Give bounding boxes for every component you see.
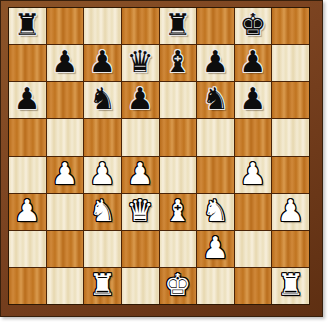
- square-e6[interactable]: [160, 82, 197, 118]
- square-c5[interactable]: [84, 119, 121, 155]
- square-e3[interactable]: ♝: [160, 194, 197, 230]
- piece-black-pawn[interactable]: ♟: [127, 84, 154, 116]
- square-e2[interactable]: [160, 231, 197, 267]
- piece-black-pawn[interactable]: ♟: [51, 47, 78, 79]
- piece-white-bishop[interactable]: ♝: [164, 196, 191, 228]
- square-d3[interactable]: ♛: [122, 194, 159, 230]
- piece-white-pawn[interactable]: ♟: [277, 196, 304, 228]
- square-f5[interactable]: [197, 119, 234, 155]
- square-a3[interactable]: ♟: [9, 194, 46, 230]
- piece-white-pawn[interactable]: ♟: [14, 196, 41, 228]
- square-c6[interactable]: ♞: [84, 82, 121, 118]
- square-a1[interactable]: [9, 268, 46, 304]
- piece-black-pawn[interactable]: ♟: [240, 47, 267, 79]
- square-b5[interactable]: [47, 119, 84, 155]
- square-f2[interactable]: ♟: [197, 231, 234, 267]
- square-d8[interactable]: [122, 8, 159, 44]
- square-b1[interactable]: [47, 268, 84, 304]
- square-a7[interactable]: [9, 45, 46, 81]
- square-d1[interactable]: [122, 268, 159, 304]
- piece-black-rook[interactable]: ♜: [164, 10, 191, 42]
- square-a6[interactable]: ♟: [9, 82, 46, 118]
- square-g1[interactable]: [235, 268, 272, 304]
- square-h1[interactable]: ♜: [272, 268, 309, 304]
- square-h3[interactable]: ♟: [272, 194, 309, 230]
- square-b8[interactable]: [47, 8, 84, 44]
- square-f7[interactable]: ♟: [197, 45, 234, 81]
- square-g5[interactable]: [235, 119, 272, 155]
- square-c7[interactable]: ♟: [84, 45, 121, 81]
- square-b2[interactable]: [47, 231, 84, 267]
- square-d5[interactable]: [122, 119, 159, 155]
- square-f6[interactable]: ♞: [197, 82, 234, 118]
- square-h6[interactable]: [272, 82, 309, 118]
- square-d2[interactable]: [122, 231, 159, 267]
- square-g6[interactable]: ♟: [235, 82, 272, 118]
- piece-white-knight[interactable]: ♞: [89, 196, 116, 228]
- piece-white-pawn[interactable]: ♟: [240, 159, 267, 191]
- piece-white-king[interactable]: ♚: [164, 270, 191, 302]
- square-b7[interactable]: ♟: [47, 45, 84, 81]
- square-h7[interactable]: [272, 45, 309, 81]
- square-b6[interactable]: [47, 82, 84, 118]
- square-e5[interactable]: [160, 119, 197, 155]
- square-b4[interactable]: ♟: [47, 157, 84, 193]
- piece-white-rook[interactable]: ♜: [89, 270, 116, 302]
- piece-white-pawn[interactable]: ♟: [202, 233, 229, 265]
- piece-white-pawn[interactable]: ♟: [89, 159, 116, 191]
- square-c8[interactable]: [84, 8, 121, 44]
- chess-board[interactable]: ♜♜♚♟♟♛♝♟♟♟♞♟♞♟♟♟♟♟♟♞♛♝♞♟♟♜♚♜: [8, 7, 310, 305]
- square-g4[interactable]: ♟: [235, 157, 272, 193]
- piece-black-pawn[interactable]: ♟: [14, 84, 41, 116]
- square-d6[interactable]: ♟: [122, 82, 159, 118]
- piece-black-knight[interactable]: ♞: [89, 84, 116, 116]
- square-a4[interactable]: [9, 157, 46, 193]
- square-b3[interactable]: [47, 194, 84, 230]
- square-a8[interactable]: ♜: [9, 8, 46, 44]
- square-a2[interactable]: [9, 231, 46, 267]
- piece-white-queen[interactable]: ♛: [127, 196, 154, 228]
- square-g7[interactable]: ♟: [235, 45, 272, 81]
- square-c4[interactable]: ♟: [84, 157, 121, 193]
- square-c1[interactable]: ♜: [84, 268, 121, 304]
- square-f4[interactable]: [197, 157, 234, 193]
- square-c2[interactable]: [84, 231, 121, 267]
- piece-black-bishop[interactable]: ♝: [164, 47, 191, 79]
- square-f1[interactable]: [197, 268, 234, 304]
- square-f8[interactable]: [197, 8, 234, 44]
- square-a5[interactable]: [9, 119, 46, 155]
- piece-black-pawn[interactable]: ♟: [240, 84, 267, 116]
- piece-white-pawn[interactable]: ♟: [51, 159, 78, 191]
- square-e4[interactable]: [160, 157, 197, 193]
- piece-white-knight[interactable]: ♞: [202, 196, 229, 228]
- square-f3[interactable]: ♞: [197, 194, 234, 230]
- piece-black-pawn[interactable]: ♟: [202, 47, 229, 79]
- square-d4[interactable]: ♟: [122, 157, 159, 193]
- square-g8[interactable]: ♚: [235, 8, 272, 44]
- piece-black-king[interactable]: ♚: [240, 10, 267, 42]
- square-h4[interactable]: [272, 157, 309, 193]
- square-g2[interactable]: [235, 231, 272, 267]
- piece-white-rook[interactable]: ♜: [277, 270, 304, 302]
- square-h2[interactable]: [272, 231, 309, 267]
- piece-black-rook[interactable]: ♜: [14, 10, 41, 42]
- piece-white-pawn[interactable]: ♟: [127, 159, 154, 191]
- square-h8[interactable]: [272, 8, 309, 44]
- chessboard-frame: ♜♜♚♟♟♛♝♟♟♟♞♟♞♟♟♟♟♟♟♞♛♝♞♟♟♜♚♜: [0, 0, 323, 317]
- square-d7[interactable]: ♛: [122, 45, 159, 81]
- square-e1[interactable]: ♚: [160, 268, 197, 304]
- piece-black-knight[interactable]: ♞: [202, 84, 229, 116]
- piece-black-pawn[interactable]: ♟: [89, 47, 116, 79]
- square-e8[interactable]: ♜: [160, 8, 197, 44]
- square-h5[interactable]: [272, 119, 309, 155]
- piece-black-queen[interactable]: ♛: [127, 47, 154, 79]
- chess-app-page: ♜♜♚♟♟♛♝♟♟♟♞♟♞♟♟♟♟♟♟♞♛♝♞♟♟♜♚♜: [0, 0, 328, 328]
- square-g3[interactable]: [235, 194, 272, 230]
- square-e7[interactable]: ♝: [160, 45, 197, 81]
- square-c3[interactable]: ♞: [84, 194, 121, 230]
